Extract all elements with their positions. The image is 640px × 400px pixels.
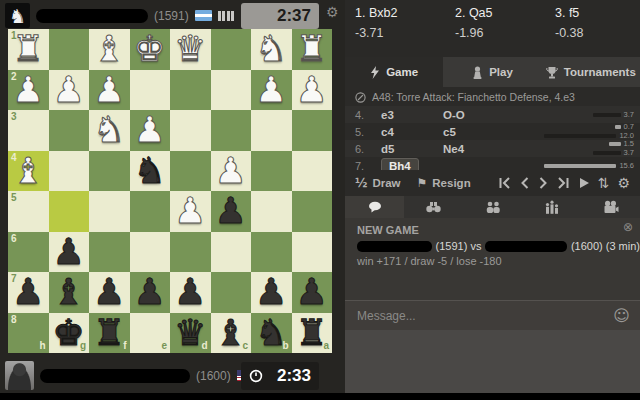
- suggestion-eval: -3.71: [355, 26, 455, 40]
- square-f8[interactable]: ♜f: [89, 313, 130, 354]
- emoji-smiley-icon[interactable]: ☺: [613, 306, 640, 325]
- square-e5[interactable]: [130, 191, 171, 232]
- square-f4[interactable]: [89, 151, 130, 192]
- autoplay-icon[interactable]: [578, 176, 590, 190]
- black-name-redacted: [485, 241, 567, 252]
- white-move-san[interactable]: c4: [381, 126, 443, 138]
- white-move-san[interactable]: d5: [381, 143, 443, 155]
- square-h5[interactable]: 5: [8, 191, 49, 232]
- square-a4[interactable]: [292, 151, 333, 192]
- white-queen-d1: ♛: [174, 31, 206, 67]
- square-g5[interactable]: [49, 191, 90, 232]
- top-player-avatar: ♞: [5, 3, 30, 28]
- podium-icon: [544, 200, 560, 214]
- rank-label-2: 2: [11, 72, 17, 82]
- rank-label-5: 5: [11, 193, 17, 203]
- square-f7[interactable]: ♟: [89, 272, 130, 313]
- move-time-bars: 3.7: [544, 111, 640, 119]
- move-time-bars: 1.53.7: [544, 140, 640, 157]
- black-move-san[interactable]: Ne4: [443, 143, 544, 155]
- white-knight-b1: ♞: [255, 31, 287, 67]
- move-number: 4.: [355, 109, 381, 121]
- white-rook-a1: ♜: [296, 31, 328, 67]
- square-b6[interactable]: [251, 232, 292, 273]
- lightning-icon: [370, 66, 380, 79]
- square-h3[interactable]: 3: [8, 110, 49, 151]
- file-label-d: d: [201, 341, 207, 351]
- go-to-end-icon[interactable]: [557, 176, 570, 190]
- square-f2[interactable]: ♟: [89, 70, 130, 111]
- square-g4[interactable]: [49, 151, 90, 192]
- square-b4[interactable]: [251, 151, 292, 192]
- square-d3[interactable]: [170, 110, 211, 151]
- chess-board[interactable]: ♜1♝♚♛♞♜♟2♟♟♟♟3♞♟♝4♞♟5♟♟6♟♟7♝♟♟♟♟♟8h♚g♜fe…: [8, 29, 332, 353]
- square-h7[interactable]: ♟7: [8, 272, 49, 313]
- binoculars-icon: [425, 200, 442, 214]
- suggestion-move[interactable]: 2. Qa5: [455, 6, 555, 20]
- suggestion-1: 1. Bxb2 -3.71: [355, 6, 455, 40]
- square-c1[interactable]: [211, 29, 252, 70]
- square-c6[interactable]: [211, 232, 252, 273]
- square-e6[interactable]: [130, 232, 171, 273]
- white-pawn-d5: ♟: [174, 193, 206, 229]
- white-move-san[interactable]: e3: [381, 109, 443, 121]
- engine-suggestions: 1. Bxb2 -3.71 2. Qa5 -1.96 3. f5 -0.38: [345, 6, 640, 40]
- move-row-5: 5.c4c50.712.0: [345, 123, 640, 140]
- square-c8[interactable]: ♝c: [211, 313, 252, 354]
- white-pawn-a2: ♟: [296, 72, 328, 108]
- square-g6[interactable]: ♟: [49, 232, 90, 273]
- white-name-redacted: [357, 241, 432, 252]
- chat-area: ⊗ NEW GAME (1591) vs (1600) (3 min) win …: [345, 218, 640, 300]
- square-e8[interactable]: e: [130, 313, 171, 354]
- draw-button[interactable]: ½ Draw: [355, 176, 401, 190]
- square-g2[interactable]: ♟: [49, 70, 90, 111]
- black-rook-f8: ♜: [93, 315, 125, 351]
- opening-book-icon: [355, 92, 366, 103]
- move-number: 5.: [355, 126, 381, 138]
- square-c2[interactable]: [211, 70, 252, 111]
- time-bar: [544, 164, 616, 168]
- square-b3[interactable]: [251, 110, 292, 151]
- argentina-flag-icon: [195, 10, 212, 21]
- black-pawn-f7: ♟: [93, 274, 125, 310]
- square-d4[interactable]: [170, 151, 211, 192]
- suggestion-3: 3. f5 -0.38: [555, 6, 640, 40]
- move-time-bars: 15.6: [544, 162, 640, 170]
- trophy-icon: [546, 66, 558, 79]
- black-pawn-a7: ♟: [296, 274, 328, 310]
- time-bar: [544, 134, 616, 138]
- black-pawn-b7: ♟: [255, 274, 287, 310]
- file-label-c: c: [242, 341, 248, 351]
- rank-label-3: 3: [11, 112, 17, 122]
- rank-label-1: 1: [11, 31, 17, 41]
- time-seconds: 15.6: [619, 162, 634, 170]
- file-label-h: h: [39, 341, 45, 351]
- white-bishop-f1: ♝: [93, 31, 125, 67]
- move-navigation: ⇅ ⚙: [498, 175, 630, 191]
- suggestion-2: 2. Qa5 -1.96: [455, 6, 555, 40]
- board-pane: ♞ (1591) 2:37 ⚙ ♜1♝♚♛♞♜♟2♟♟♟♟3♞♟♝4♞♟5♟♟6…: [0, 0, 345, 393]
- square-d7[interactable]: ♟: [170, 272, 211, 313]
- square-g1[interactable]: [49, 29, 90, 70]
- square-d6[interactable]: [170, 232, 211, 273]
- resign-button[interactable]: ⚑ Resign: [417, 176, 471, 190]
- side-panel: 1. Bxb2 -3.71 2. Qa5 -1.96 3. f5 -0.38 G…: [345, 0, 640, 393]
- tab-watchers[interactable]: [404, 196, 463, 218]
- square-d5[interactable]: ♟: [170, 191, 211, 232]
- file-label-a: a: [323, 341, 329, 351]
- square-e7[interactable]: ♟: [130, 272, 171, 313]
- white-knight-f3: ♞: [93, 112, 125, 148]
- square-h6[interactable]: 6: [8, 232, 49, 273]
- next-move-icon[interactable]: [538, 176, 549, 190]
- go-to-start-icon[interactable]: [498, 176, 511, 190]
- square-e3[interactable]: ♟: [130, 110, 171, 151]
- square-d1[interactable]: ♛: [170, 29, 211, 70]
- tab-standings[interactable]: [522, 196, 581, 218]
- board-settings-gear-icon[interactable]: ⚙: [326, 4, 339, 20]
- square-a7[interactable]: ♟: [292, 272, 333, 313]
- black-pawn-d7: ♟: [174, 274, 206, 310]
- rating-odds-text: win +171 / draw -5 / lose -180: [345, 252, 640, 267]
- square-e2[interactable]: [130, 70, 171, 111]
- chat-game-line: (1591) vs (1600) (3 min): [345, 238, 640, 252]
- black-bishop-g7: ♝: [53, 274, 85, 310]
- white-pawn-e3: ♟: [134, 112, 166, 148]
- square-f6[interactable]: [89, 232, 130, 273]
- pawn-icon: [472, 66, 483, 79]
- square-g8[interactable]: ♚g: [49, 313, 90, 354]
- opening-name[interactable]: A48: Torre Attack: Fianchetto Defense, 4…: [372, 91, 575, 103]
- square-b1[interactable]: ♞: [251, 29, 292, 70]
- square-d8[interactable]: ♛d: [170, 313, 211, 354]
- time-bar: [615, 125, 620, 129]
- black-move-san[interactable]: O-O: [443, 109, 544, 121]
- square-c3[interactable]: [211, 110, 252, 151]
- square-a5[interactable]: [292, 191, 333, 232]
- square-e1[interactable]: ♚: [130, 29, 171, 70]
- settings-gear-icon[interactable]: ⚙: [617, 175, 630, 191]
- letterbox-strip: [0, 393, 640, 400]
- previous-move-icon[interactable]: [519, 176, 530, 190]
- bottom-player-name-redacted: [40, 369, 190, 383]
- time-bar: [609, 142, 620, 146]
- square-h2[interactable]: ♟2: [8, 70, 49, 111]
- square-b5[interactable]: [251, 191, 292, 232]
- chat-bubble-icon: [367, 200, 383, 214]
- move-time-bars: 0.712.0: [544, 123, 640, 140]
- square-c5[interactable]: ♟: [211, 191, 252, 232]
- square-h4[interactable]: ♝4: [8, 151, 49, 192]
- square-a8[interactable]: ♜a: [292, 313, 333, 354]
- square-e4[interactable]: ♞: [130, 151, 171, 192]
- white-pawn-b2: ♟: [255, 72, 287, 108]
- bottom-player-rating: (1600): [196, 369, 231, 383]
- top-player-bar: ♞ (1591): [5, 3, 234, 28]
- square-g7[interactable]: ♝: [49, 272, 90, 313]
- tab-players[interactable]: [463, 196, 522, 218]
- rank-label-4: 4: [11, 153, 17, 163]
- black-move-san[interactable]: c5: [443, 126, 544, 138]
- panel-footer-space: [345, 330, 640, 393]
- white-king-e1: ♚: [134, 31, 166, 67]
- rank-label-7: 7: [11, 274, 17, 284]
- file-label-g: g: [80, 341, 86, 351]
- panel-tabs: Game Play Tournaments: [345, 57, 640, 87]
- black-rating-text: (1600) (3 min): [571, 240, 640, 252]
- square-b7[interactable]: ♟: [251, 272, 292, 313]
- black-pawn-c5: ♟: [215, 193, 247, 229]
- top-player-rating: (1591): [154, 9, 189, 23]
- game-controls: ½ Draw ⚑ Resign ⇅ ⚙: [345, 170, 640, 196]
- flip-board-icon[interactable]: ⇅: [598, 175, 610, 191]
- rank-label-8: 8: [11, 315, 17, 325]
- people-icon: [485, 200, 501, 214]
- tab-play[interactable]: Play: [443, 57, 541, 87]
- opening-name-row: A48: Torre Attack: Fianchetto Defense, 4…: [345, 87, 640, 106]
- suggestion-eval: -0.38: [555, 26, 640, 40]
- square-c4[interactable]: ♟: [211, 151, 252, 192]
- move-number: 6.: [355, 143, 381, 155]
- rank-label-6: 6: [11, 234, 17, 244]
- time-seconds: 1.5: [624, 140, 634, 148]
- chat-header: NEW GAME: [345, 218, 640, 238]
- suggestion-eval: -1.96: [455, 26, 555, 40]
- square-h8[interactable]: 8h: [8, 313, 49, 354]
- chat-close-icon[interactable]: ⊗: [623, 220, 633, 234]
- tab-chat[interactable]: [345, 196, 404, 218]
- tab-game[interactable]: Game: [345, 57, 443, 87]
- square-b2[interactable]: ♟: [251, 70, 292, 111]
- top-player-clock: 2:37: [241, 3, 319, 29]
- black-knight-e4: ♞: [134, 153, 166, 189]
- black-pawn-g6: ♟: [53, 234, 85, 270]
- time-seconds: 0.7: [624, 123, 634, 131]
- bottom-player-avatar: [5, 361, 34, 390]
- time-seconds: 3.7: [624, 111, 634, 119]
- chess-app: ♞ (1591) 2:37 ⚙ ♜1♝♚♛♞♜♟2♟♟♟♟3♞♟♝4♞♟5♟♟6…: [0, 0, 640, 400]
- file-label-f: f: [123, 341, 126, 351]
- square-f3[interactable]: ♞: [89, 110, 130, 151]
- top-player-name-redacted: [36, 9, 148, 23]
- black-pawn-e7: ♟: [134, 274, 166, 310]
- message-input[interactable]: [345, 308, 613, 324]
- white-rating-text: (1591) vs: [436, 240, 482, 252]
- square-f5[interactable]: [89, 191, 130, 232]
- square-f1[interactable]: ♝: [89, 29, 130, 70]
- time-seconds: 3.7: [624, 149, 634, 157]
- time-bar: [593, 113, 620, 117]
- square-c7[interactable]: [211, 272, 252, 313]
- knight-avatar-icon: ♞: [9, 5, 26, 27]
- square-a1[interactable]: ♜: [292, 29, 333, 70]
- bottom-player-bar: (1600): [5, 361, 276, 390]
- resign-flag-icon: ⚑: [417, 176, 428, 190]
- square-h1[interactable]: ♜1: [8, 29, 49, 70]
- suggestion-move[interactable]: 3. f5: [555, 6, 640, 20]
- move-list: 4.e3O-O3.75.c4c50.712.06.d5Ne41.53.77.Bh…: [345, 106, 640, 174]
- square-b8[interactable]: ♞b: [251, 313, 292, 354]
- chat-tab-strip: [345, 196, 640, 218]
- time-bar: [593, 151, 620, 155]
- file-label-e: e: [161, 341, 167, 351]
- message-bar: ☺: [345, 300, 640, 330]
- movie-camera-icon: [603, 200, 619, 214]
- half-point-icon: ½: [355, 176, 367, 190]
- white-pawn-c4: ♟: [215, 153, 247, 189]
- bottom-player-clock: 2:33: [241, 362, 319, 390]
- square-a3[interactable]: [292, 110, 333, 151]
- square-d2[interactable]: [170, 70, 211, 111]
- square-a2[interactable]: ♟: [292, 70, 333, 111]
- connection-signal-icon: [218, 11, 235, 21]
- white-pawn-g2: ♟: [53, 72, 85, 108]
- suggestion-move[interactable]: 1. Bxb2: [355, 6, 455, 20]
- square-g3[interactable]: [49, 110, 90, 151]
- timer-icon: [249, 369, 263, 383]
- move-row-6: 6.d5Ne41.53.7: [345, 140, 640, 157]
- white-pawn-f2: ♟: [93, 72, 125, 108]
- tab-video[interactable]: [581, 196, 640, 218]
- file-label-b: b: [282, 341, 288, 351]
- square-a6[interactable]: [292, 232, 333, 273]
- tab-tournaments[interactable]: Tournaments: [542, 57, 640, 87]
- move-row-4: 4.e3O-O3.7: [345, 106, 640, 123]
